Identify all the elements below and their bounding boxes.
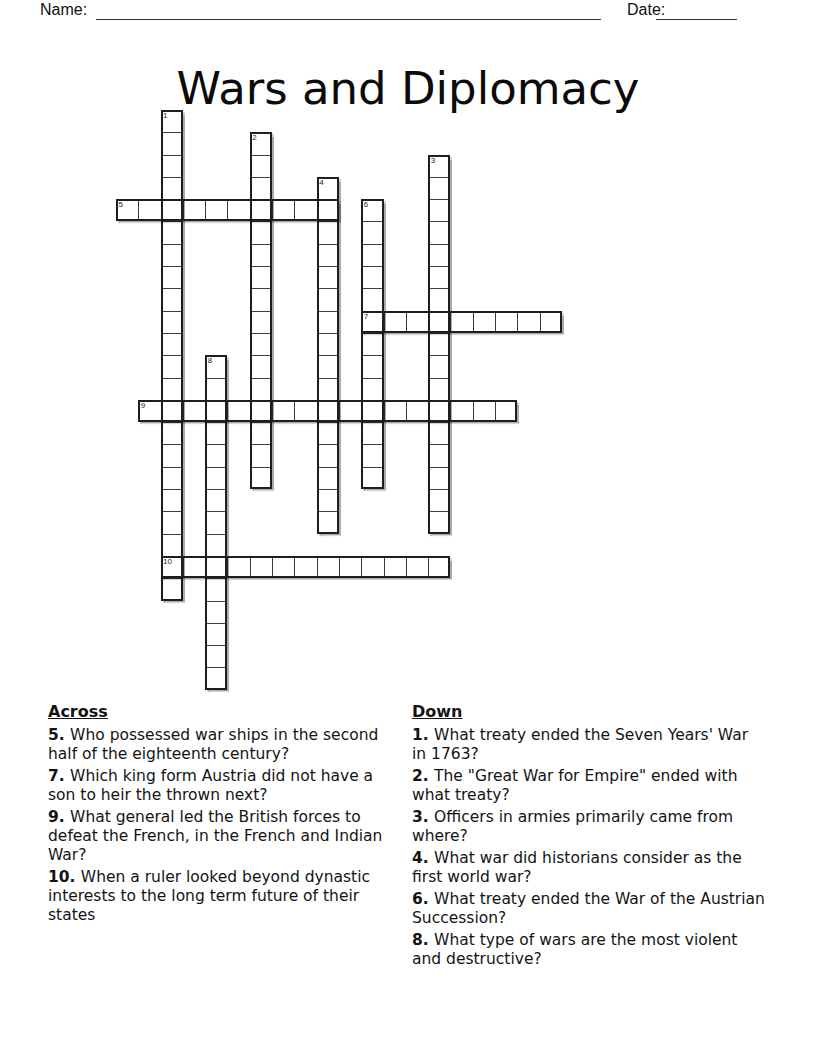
grid-cell[interactable] <box>205 601 227 623</box>
grid-cell[interactable] <box>428 177 450 199</box>
grid-cell[interactable] <box>294 556 316 578</box>
grid-cell[interactable] <box>272 400 294 422</box>
clue-number: 8. <box>412 931 434 949</box>
grid-cell[interactable] <box>540 311 562 333</box>
grid-cell[interactable] <box>272 556 294 578</box>
grid-cell[interactable] <box>161 534 183 556</box>
clue-text: What type of wars are the most violent a… <box>412 931 737 968</box>
clue-text: The "Great War for Empire" ended with wh… <box>412 767 737 804</box>
across-clue-10: 10. When a ruler looked beyond dynastic … <box>48 868 402 925</box>
page-title: Wars and Diplomacy <box>0 63 816 115</box>
grid-cell[interactable] <box>428 378 450 400</box>
clue-number: 4. <box>412 849 434 867</box>
grid-cell[interactable] <box>227 556 249 578</box>
grid-cell[interactable] <box>317 355 339 377</box>
grid-cell[interactable] <box>450 311 472 333</box>
grid-cell[interactable] <box>317 333 339 355</box>
grid-cell[interactable] <box>428 266 450 288</box>
grid-cell[interactable] <box>317 556 339 578</box>
grid-cell[interactable] <box>250 378 272 400</box>
grid-cell[interactable] <box>384 556 406 578</box>
grid-cell[interactable] <box>250 556 272 578</box>
grid-cell[interactable] <box>406 400 428 422</box>
grid-cell[interactable] <box>473 400 495 422</box>
grid-cell[interactable] <box>406 311 428 333</box>
grid-cell[interactable] <box>250 244 272 266</box>
grid-cell[interactable] <box>428 556 450 578</box>
grid-cell[interactable] <box>495 400 517 422</box>
grid-cell[interactable] <box>361 444 383 466</box>
clue-number: 3. <box>412 808 434 826</box>
clue-text: Which king form Austria did not have a s… <box>48 767 373 804</box>
across-clue-5: 5. Who possessed war ships in the second… <box>48 726 402 764</box>
grid-cell[interactable] <box>361 199 383 221</box>
grid-cell[interactable] <box>317 444 339 466</box>
grid-cell[interactable] <box>317 467 339 489</box>
clue-text: Who possessed war ships in the second ha… <box>48 726 378 763</box>
grid-cell[interactable] <box>361 422 383 444</box>
grid-cell[interactable] <box>428 511 450 533</box>
clue-text: Officers in armies primarily came from w… <box>412 808 733 845</box>
clue-number: 5. <box>48 726 70 744</box>
grid-cell[interactable] <box>361 244 383 266</box>
grid-cell[interactable] <box>205 578 227 600</box>
grid-cell[interactable] <box>361 400 383 422</box>
grid-cell[interactable] <box>161 378 183 400</box>
grid-cell[interactable] <box>205 444 227 466</box>
grid-cell[interactable] <box>250 333 272 355</box>
grid-cell[interactable] <box>428 288 450 310</box>
clue-text: When a ruler looked beyond dynastic inte… <box>48 868 370 924</box>
grid-cell[interactable] <box>161 244 183 266</box>
grid-cell[interactable] <box>138 199 160 221</box>
grid-cell[interactable] <box>428 244 450 266</box>
grid-cell[interactable] <box>361 556 383 578</box>
grid-cell[interactable] <box>361 467 383 489</box>
grid-cell[interactable] <box>250 132 272 154</box>
down-clue-2: 2. The "Great War for Empire" ended with… <box>412 767 766 805</box>
grid-cell[interactable] <box>161 333 183 355</box>
grid-cell[interactable] <box>205 400 227 422</box>
grid-cell[interactable] <box>317 311 339 333</box>
grid-cell[interactable] <box>361 288 383 310</box>
grid-cell[interactable] <box>384 400 406 422</box>
down-clue-1: 1. What treaty ended the Seven Years' Wa… <box>412 726 766 764</box>
grid-cell[interactable] <box>317 177 339 199</box>
grid-cell[interactable] <box>250 400 272 422</box>
grid-cell[interactable] <box>361 333 383 355</box>
grid-cell[interactable] <box>361 378 383 400</box>
grid-cell[interactable] <box>161 177 183 199</box>
clue-text: What general led the British forces to d… <box>48 808 382 864</box>
grid-cell[interactable] <box>317 266 339 288</box>
grid-cell[interactable] <box>205 199 227 221</box>
grid-cell[interactable] <box>428 155 450 177</box>
grid-cell[interactable] <box>317 288 339 310</box>
grid-cell[interactable] <box>384 311 406 333</box>
grid-cell[interactable] <box>406 556 428 578</box>
across-clue-7: 7. Which king form Austria did not have … <box>48 767 402 805</box>
grid-cell[interactable] <box>250 311 272 333</box>
grid-cell[interactable] <box>450 400 472 422</box>
grid-cell[interactable] <box>205 645 227 667</box>
grid-cell[interactable] <box>428 444 450 466</box>
grid-cell[interactable] <box>428 199 450 221</box>
clue-number: 9. <box>48 808 70 826</box>
grid-cell[interactable] <box>317 221 339 243</box>
grid-cell[interactable] <box>428 489 450 511</box>
grid-cell[interactable] <box>161 221 183 243</box>
name-blank-line[interactable] <box>96 2 601 20</box>
down-clue-4: 4. What war did historians consider as t… <box>412 849 766 887</box>
grid-cell[interactable] <box>317 511 339 533</box>
grid-cell[interactable] <box>227 400 249 422</box>
grid-cell[interactable] <box>428 333 450 355</box>
grid-cell[interactable] <box>517 311 539 333</box>
clue-text: What treaty ended the Seven Years' War i… <box>412 726 748 763</box>
across-clue-9: 9. What general led the British forces t… <box>48 808 402 865</box>
clue-number: 7. <box>48 767 70 785</box>
grid-cell[interactable] <box>250 355 272 377</box>
grid-cell[interactable] <box>250 422 272 444</box>
grid-cell[interactable] <box>205 355 227 377</box>
grid-cell[interactable] <box>227 199 249 221</box>
grid-cell[interactable] <box>361 221 383 243</box>
down-clue-8: 8. What type of wars are the most violen… <box>412 931 766 969</box>
grid-cell[interactable] <box>317 489 339 511</box>
grid-cell[interactable] <box>205 556 227 578</box>
clue-number: 2. <box>412 767 434 785</box>
grid-cell[interactable] <box>161 511 183 533</box>
grid-cell[interactable] <box>339 556 361 578</box>
grid-cell[interactable] <box>361 355 383 377</box>
grid-cell[interactable] <box>428 400 450 422</box>
grid-cell[interactable] <box>161 110 183 132</box>
grid-cell[interactable] <box>428 467 450 489</box>
grid-cell[interactable] <box>183 400 205 422</box>
grid-cell[interactable] <box>161 355 183 377</box>
clue-number: 1. <box>412 726 434 744</box>
grid-cell[interactable] <box>294 199 316 221</box>
grid-cell[interactable] <box>161 422 183 444</box>
grid-cell[interactable] <box>205 534 227 556</box>
grid-cell[interactable] <box>361 266 383 288</box>
down-clue-6: 6. What treaty ended the War of the Aust… <box>412 890 766 928</box>
grid-cell[interactable] <box>161 266 183 288</box>
grid-cell[interactable] <box>428 422 450 444</box>
grid-cell[interactable] <box>161 467 183 489</box>
down-clues: 1. What treaty ended the Seven Years' Wa… <box>412 726 766 969</box>
grid-cell[interactable] <box>250 444 272 466</box>
clue-text: What war did historians consider as the … <box>412 849 742 886</box>
grid-cell[interactable] <box>317 199 339 221</box>
grid-cell[interactable] <box>250 155 272 177</box>
name-label: Name: <box>40 1 87 19</box>
grid-cell[interactable] <box>205 667 227 689</box>
grid-cell[interactable] <box>250 177 272 199</box>
grid-cell[interactable] <box>250 199 272 221</box>
grid-cell[interactable] <box>205 623 227 645</box>
grid-cell[interactable] <box>339 400 361 422</box>
grid-cell[interactable] <box>161 155 183 177</box>
grid-cell[interactable] <box>428 221 450 243</box>
grid-cell[interactable] <box>317 422 339 444</box>
grid-cell[interactable] <box>428 311 450 333</box>
date-blank-line[interactable] <box>656 2 737 20</box>
grid-cell[interactable] <box>161 132 183 154</box>
grid-cell[interactable] <box>250 221 272 243</box>
grid-cell[interactable] <box>161 556 183 578</box>
grid-cell[interactable] <box>361 311 383 333</box>
grid-cell[interactable] <box>205 467 227 489</box>
grid-cell[interactable] <box>428 355 450 377</box>
grid-cell[interactable] <box>205 511 227 533</box>
grid-cell[interactable] <box>205 378 227 400</box>
across-heading: Across <box>48 702 402 721</box>
down-clues-section: Down 1. What treaty ended the Seven Year… <box>412 702 766 972</box>
down-clue-3: 3. Officers in armies primarily came fro… <box>412 808 766 846</box>
across-clues-section: Across 5. Who possessed war ships in the… <box>48 702 402 928</box>
grid-cell[interactable] <box>116 199 138 221</box>
grid-cell[interactable] <box>294 400 316 422</box>
grid-cell[interactable] <box>272 199 294 221</box>
grid-cell[interactable] <box>138 400 160 422</box>
grid-cell[interactable] <box>161 311 183 333</box>
grid-cell[interactable] <box>250 266 272 288</box>
grid-cell[interactable] <box>183 199 205 221</box>
grid-cell[interactable] <box>161 444 183 466</box>
grid-cell[interactable] <box>317 400 339 422</box>
grid-cell[interactable] <box>161 199 183 221</box>
clue-number: 10. <box>48 868 81 886</box>
grid-cell[interactable] <box>183 556 205 578</box>
grid-cell[interactable] <box>161 578 183 600</box>
down-heading: Down <box>412 702 766 721</box>
grid-cell[interactable] <box>250 467 272 489</box>
crossword-grid: 12345678910 <box>116 110 562 690</box>
grid-cell[interactable] <box>495 311 517 333</box>
grid-cell[interactable] <box>317 378 339 400</box>
grid-cell[interactable] <box>161 400 183 422</box>
clue-number: 6. <box>412 890 434 908</box>
across-clues: 5. Who possessed war ships in the second… <box>48 726 402 925</box>
grid-cell[interactable] <box>317 244 339 266</box>
grid-cell[interactable] <box>161 489 183 511</box>
grid-cell[interactable] <box>205 422 227 444</box>
clue-text: What treaty ended the War of the Austria… <box>412 890 765 927</box>
grid-cell[interactable] <box>473 311 495 333</box>
grid-cell[interactable] <box>250 288 272 310</box>
grid-cell[interactable] <box>161 288 183 310</box>
grid-cell[interactable] <box>205 489 227 511</box>
